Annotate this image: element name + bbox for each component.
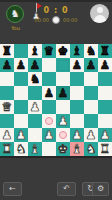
square-f5[interactable]: [70, 86, 84, 100]
square-g7[interactable]: ♟: [84, 58, 98, 72]
square-b5[interactable]: [14, 86, 28, 100]
square-d6[interactable]: [42, 72, 56, 86]
white-pawn: ♟: [58, 114, 69, 128]
white-queen: ♛: [2, 100, 13, 114]
white-knight: ♞: [16, 142, 27, 156]
square-g1[interactable]: ♞: [84, 142, 98, 156]
square-b6[interactable]: [14, 72, 28, 86]
square-g5[interactable]: [84, 86, 98, 100]
square-c7[interactable]: ♟: [28, 58, 42, 72]
square-b7[interactable]: ♟: [14, 58, 28, 72]
square-a4[interactable]: ♛: [0, 100, 14, 114]
settings-button[interactable]: ⚙: [92, 182, 109, 196]
square-f6[interactable]: [70, 72, 84, 86]
square-e8[interactable]: ♚: [56, 44, 70, 58]
square-c2[interactable]: [28, 128, 42, 142]
square-a7[interactable]: ♟: [0, 58, 14, 72]
square-e4[interactable]: [56, 100, 70, 114]
white-pawn: ♟: [2, 128, 13, 142]
square-f4[interactable]: [70, 100, 84, 114]
black-knight: ♞: [30, 72, 41, 86]
square-h1[interactable]: ♜: [98, 142, 112, 156]
square-a1[interactable]: ♜: [0, 142, 14, 156]
square-h3[interactable]: [98, 114, 112, 128]
black-queen: ♛: [44, 44, 55, 58]
square-h5[interactable]: [98, 86, 112, 100]
undo-icon: ↶: [63, 184, 70, 194]
white-pawn: ♟: [72, 128, 83, 142]
square-h4[interactable]: [98, 100, 112, 114]
square-d5[interactable]: ♟: [42, 86, 56, 100]
square-c4[interactable]: ♟: [28, 100, 42, 114]
white-pawn: ♟: [44, 128, 55, 142]
square-a3[interactable]: [0, 114, 14, 128]
legal-move-hint-dot[interactable]: [45, 117, 53, 125]
right-player-avatar: [90, 4, 109, 23]
black-rook: ♜: [2, 44, 13, 58]
white-bishop: ♝: [72, 142, 83, 156]
square-c3[interactable]: [28, 114, 42, 128]
square-d3[interactable]: [42, 114, 56, 128]
square-g3[interactable]: [84, 114, 98, 128]
square-h8[interactable]: ♜: [98, 44, 112, 58]
square-d1[interactable]: [42, 142, 56, 156]
square-d4[interactable]: [42, 100, 56, 114]
white-rook: ♜: [100, 142, 111, 156]
black-bishop: ♝: [72, 44, 83, 58]
gear-icon: ⚙: [97, 184, 104, 194]
legal-move-hint-dot[interactable]: [59, 131, 67, 139]
left-player-clock: 00:00: [35, 17, 49, 23]
black-pawn: ♟: [100, 58, 111, 72]
square-e1[interactable]: ♚: [56, 142, 70, 156]
bottom-bar: ← ↶ ↻ ⚙: [0, 158, 112, 200]
black-pawn: ♟: [16, 58, 27, 72]
person-icon-body: [94, 15, 106, 24]
square-g8[interactable]: ♞: [84, 44, 98, 58]
white-pawn: ♟: [30, 100, 41, 114]
black-pawn: ♟: [30, 58, 41, 72]
square-e6[interactable]: [56, 72, 70, 86]
square-a6[interactable]: [0, 72, 14, 86]
black-rook: ♜: [100, 44, 111, 58]
square-f2[interactable]: ♟: [70, 128, 84, 142]
square-a2[interactable]: ♟: [0, 128, 14, 142]
square-b8[interactable]: [14, 44, 28, 58]
square-g2[interactable]: ♟: [84, 128, 98, 142]
chess-board: ♜♝♛♚♝♞♜♟♟♟♟♟♟♞♟♟♛♟♟♟♟♟♟♟♟♜♞♝♚♝♞♜: [0, 44, 112, 156]
black-pawn: ♟: [44, 86, 55, 100]
back-button[interactable]: ←: [3, 182, 22, 196]
square-d8[interactable]: ♛: [42, 44, 56, 58]
back-arrow-icon: ←: [9, 184, 16, 194]
black-king: ♚: [58, 44, 69, 58]
square-e3[interactable]: ♟: [56, 114, 70, 128]
square-d7[interactable]: [42, 58, 56, 72]
undo-move-button[interactable]: ↶: [57, 182, 76, 196]
turn-indicator-white-dot: [52, 16, 60, 24]
white-rook: ♜: [2, 142, 13, 156]
square-d2[interactable]: ♟: [42, 128, 56, 142]
white-king: ♚: [58, 142, 69, 156]
square-b4[interactable]: [14, 100, 28, 114]
square-g4[interactable]: [84, 100, 98, 114]
square-e7[interactable]: [56, 58, 70, 72]
square-g6[interactable]: [84, 72, 98, 86]
white-knight: ♞: [86, 142, 97, 156]
black-knight: ♞: [86, 44, 97, 58]
square-a8[interactable]: ♜: [0, 44, 14, 58]
black-pawn: ♟: [86, 58, 97, 72]
white-pawn: ♟: [100, 128, 111, 142]
white-pawn: ♟: [16, 128, 27, 142]
right-player-clock: 00:00: [63, 17, 77, 23]
person-icon: [97, 7, 103, 13]
square-f8[interactable]: ♝: [70, 44, 84, 58]
black-pawn: ♟: [58, 86, 69, 100]
square-c6[interactable]: ♞: [28, 72, 42, 86]
square-b3[interactable]: [14, 114, 28, 128]
square-h2[interactable]: ♟: [98, 128, 112, 142]
white-bishop: ♝: [30, 142, 41, 156]
white-pawn: ♟: [86, 128, 97, 142]
header-topline: [0, 0, 112, 2]
square-e2[interactable]: [56, 128, 70, 142]
black-pawn: ♟: [2, 58, 13, 72]
square-h6[interactable]: [98, 72, 112, 86]
game-header: ♞ You ♟ 0 : 0 00:00 00:00: [0, 0, 112, 44]
black-pawn: ♟: [72, 58, 83, 72]
square-h7[interactable]: ♟: [98, 58, 112, 72]
square-b1[interactable]: ♞: [14, 142, 28, 156]
square-b2[interactable]: ♟: [14, 128, 28, 142]
left-player-label: You: [0, 25, 31, 31]
square-c1[interactable]: ♝: [28, 142, 42, 156]
square-c5[interactable]: [28, 86, 42, 100]
square-f1[interactable]: ♝: [70, 142, 84, 156]
square-a5[interactable]: [0, 86, 14, 100]
black-bishop: ♝: [30, 44, 41, 58]
last-move-from-marker: [58, 60, 69, 71]
square-e5[interactable]: ♟: [56, 86, 70, 100]
square-c8[interactable]: ♝: [28, 44, 42, 58]
square-f3[interactable]: [70, 114, 84, 128]
square-f7[interactable]: ♟: [70, 58, 84, 72]
chess-app: ♞ You ♟ 0 : 0 00:00 00:00 ♜♝♛♚♝♞♜♟♟♟♟♟♟♞…: [0, 0, 112, 200]
